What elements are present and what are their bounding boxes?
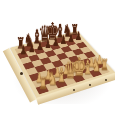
clasp-icon <box>20 72 23 75</box>
piece-black-pawn[interactable]: ♟ <box>35 39 42 51</box>
piece-black-pawn[interactable]: ♟ <box>27 41 34 54</box>
piece-black-pawn[interactable]: ♟ <box>19 43 26 56</box>
piece-black-pawn[interactable]: ♟ <box>43 37 50 49</box>
piece-black-pawn[interactable]: ♟ <box>59 33 66 45</box>
piece-white-rook[interactable]: ♜ <box>37 74 46 90</box>
piece-black-pawn[interactable]: ♟ <box>67 31 74 43</box>
hinge-icon <box>89 84 91 86</box>
piece-black-pawn[interactable]: ♟ <box>51 35 58 47</box>
hinge-icon <box>73 89 75 91</box>
chess-set-product-photo: ♜♞♝♛♚♝♞♜♟♟♟♟♟♟♟♟♟♟♟♟♟♟♟♟♜♞♝♛♚♝♞♜ <box>0 0 115 115</box>
piece-black-pawn[interactable]: ♟ <box>74 29 81 41</box>
hinge-icon <box>105 79 107 81</box>
